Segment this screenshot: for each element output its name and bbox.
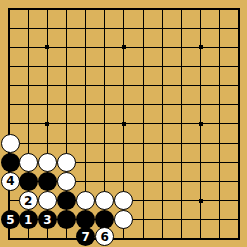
black-stone — [19, 172, 38, 191]
intersection-10-11[interactable] — [191, 210, 210, 229]
intersection-5-2[interactable] — [95, 38, 114, 57]
intersection-2-3[interactable] — [38, 57, 57, 76]
black-stone — [57, 191, 76, 210]
star-point — [199, 122, 203, 126]
intersection-4-7[interactable] — [76, 134, 95, 153]
intersection-2-8[interactable] — [38, 153, 57, 172]
intersection-3-11[interactable] — [57, 210, 76, 229]
intersection-5-3[interactable] — [95, 57, 114, 76]
intersection-5-7[interactable] — [95, 134, 114, 153]
intersection-7-8[interactable] — [134, 153, 153, 172]
intersection-10-8[interactable] — [191, 153, 210, 172]
intersection-12-2[interactable] — [229, 38, 247, 57]
intersection-11-7[interactable] — [210, 134, 229, 153]
intersection-2-11[interactable]: 3 — [38, 210, 57, 229]
intersection-1-2[interactable] — [19, 38, 38, 57]
black-stone — [57, 210, 76, 229]
intersection-4-4[interactable] — [76, 76, 95, 95]
intersection-1-3[interactable] — [19, 57, 38, 76]
intersection-7-7[interactable] — [134, 134, 153, 153]
intersection-6-11[interactable] — [114, 210, 133, 229]
intersection-1-12[interactable] — [19, 229, 38, 247]
white-stone — [114, 210, 133, 229]
intersection-0-9[interactable]: 4 — [0, 172, 19, 191]
intersection-4-0[interactable] — [76, 0, 95, 19]
intersection-5-1[interactable] — [95, 19, 114, 38]
intersection-1-11[interactable]: 1 — [19, 210, 38, 229]
black-stone — [95, 210, 114, 229]
intersection-4-6[interactable] — [76, 114, 95, 133]
intersection-12-1[interactable] — [229, 19, 247, 38]
white-stone — [76, 191, 95, 210]
intersection-0-5[interactable] — [0, 95, 19, 114]
star-point — [199, 199, 203, 203]
intersection-5-12[interactable]: 6 — [95, 229, 114, 247]
intersection-12-8[interactable] — [229, 153, 247, 172]
star-point — [122, 122, 126, 126]
intersection-9-7[interactable] — [172, 134, 191, 153]
intersection-4-1[interactable] — [76, 19, 95, 38]
star-point — [45, 45, 49, 49]
intersection-6-8[interactable] — [114, 153, 133, 172]
intersection-0-8[interactable] — [0, 153, 19, 172]
intersection-8-0[interactable] — [153, 0, 172, 19]
intersection-4-12[interactable]: 7 — [76, 229, 95, 247]
white-stone — [95, 191, 114, 210]
white-stone: 6 — [95, 227, 114, 246]
intersection-11-3[interactable] — [210, 57, 229, 76]
intersection-7-4[interactable] — [134, 76, 153, 95]
intersection-6-7[interactable] — [114, 134, 133, 153]
intersection-3-10[interactable] — [57, 191, 76, 210]
intersection-10-4[interactable] — [191, 76, 210, 95]
intersection-0-4[interactable] — [0, 76, 19, 95]
intersection-6-0[interactable] — [114, 0, 133, 19]
intersection-3-8[interactable] — [57, 153, 76, 172]
intersection-9-1[interactable] — [172, 19, 191, 38]
intersection-1-8[interactable] — [19, 153, 38, 172]
intersection-2-4[interactable] — [38, 76, 57, 95]
move-number-label: 4 — [6, 175, 14, 187]
white-stone — [57, 153, 76, 172]
white-stone: 4 — [1, 172, 20, 191]
intersection-8-5[interactable] — [153, 95, 172, 114]
intersection-11-0[interactable] — [210, 0, 229, 19]
intersection-12-11[interactable] — [229, 210, 247, 229]
intersection-12-3[interactable] — [229, 57, 247, 76]
intersection-0-3[interactable] — [0, 57, 19, 76]
intersection-1-1[interactable] — [19, 19, 38, 38]
intersection-5-0[interactable] — [95, 0, 114, 19]
move-number-label: 2 — [24, 195, 32, 207]
intersection-8-10[interactable] — [153, 191, 172, 210]
intersection-0-11[interactable]: 5 — [0, 210, 19, 229]
white-stone — [38, 191, 57, 210]
intersection-3-7[interactable] — [57, 134, 76, 153]
intersection-3-6[interactable] — [57, 114, 76, 133]
intersection-6-5[interactable] — [114, 95, 133, 114]
intersection-9-10[interactable] — [172, 191, 191, 210]
intersection-6-6[interactable] — [114, 114, 133, 133]
intersection-10-3[interactable] — [191, 57, 210, 76]
intersection-5-6[interactable] — [95, 114, 114, 133]
black-stone: 3 — [38, 210, 57, 229]
intersection-6-3[interactable] — [114, 57, 133, 76]
move-number-label: 6 — [101, 231, 109, 243]
intersection-12-9[interactable] — [229, 172, 247, 191]
intersection-11-2[interactable] — [210, 38, 229, 57]
intersection-8-7[interactable] — [153, 134, 172, 153]
intersection-10-12[interactable] — [191, 229, 210, 247]
intersection-10-2[interactable] — [191, 38, 210, 57]
intersection-9-3[interactable] — [172, 57, 191, 76]
black-stone — [76, 210, 95, 229]
intersection-2-9[interactable] — [38, 172, 57, 191]
intersection-0-12[interactable] — [0, 229, 19, 247]
intersection-8-9[interactable] — [153, 172, 172, 191]
intersection-11-12[interactable] — [210, 229, 229, 247]
intersection-3-1[interactable] — [57, 19, 76, 38]
black-stone: 1 — [19, 210, 38, 229]
intersection-0-10[interactable] — [0, 191, 19, 210]
intersection-3-2[interactable] — [57, 38, 76, 57]
move-number-label: 3 — [43, 214, 51, 226]
intersection-9-11[interactable] — [172, 210, 191, 229]
intersection-2-2[interactable] — [38, 38, 57, 57]
intersection-0-2[interactable] — [0, 38, 19, 57]
intersection-7-12[interactable] — [134, 229, 153, 247]
intersection-11-5[interactable] — [210, 95, 229, 114]
intersection-12-0[interactable] — [229, 0, 247, 19]
intersection-9-9[interactable] — [172, 172, 191, 191]
intersection-11-8[interactable] — [210, 153, 229, 172]
intersection-3-12[interactable] — [57, 229, 76, 247]
intersection-2-10[interactable] — [38, 191, 57, 210]
intersection-6-12[interactable] — [114, 229, 133, 247]
intersection-3-0[interactable] — [57, 0, 76, 19]
intersection-0-1[interactable] — [0, 19, 19, 38]
intersection-3-5[interactable] — [57, 95, 76, 114]
intersection-5-10[interactable] — [95, 191, 114, 210]
intersection-1-5[interactable] — [19, 95, 38, 114]
intersection-8-4[interactable] — [153, 76, 172, 95]
intersection-10-7[interactable] — [191, 134, 210, 153]
intersection-9-4[interactable] — [172, 76, 191, 95]
intersection-4-9[interactable] — [76, 172, 95, 191]
intersection-7-2[interactable] — [134, 38, 153, 57]
intersection-1-7[interactable] — [19, 134, 38, 153]
intersection-8-11[interactable] — [153, 210, 172, 229]
intersection-0-0[interactable] — [0, 0, 19, 19]
intersection-3-3[interactable] — [57, 57, 76, 76]
white-stone — [19, 153, 38, 172]
intersection-11-10[interactable] — [210, 191, 229, 210]
intersection-2-1[interactable] — [38, 19, 57, 38]
star-point — [122, 45, 126, 49]
intersection-6-1[interactable] — [114, 19, 133, 38]
intersection-1-9[interactable] — [19, 172, 38, 191]
intersection-11-11[interactable] — [210, 210, 229, 229]
intersection-1-6[interactable] — [19, 114, 38, 133]
intersection-7-1[interactable] — [134, 19, 153, 38]
white-stone — [1, 134, 20, 153]
intersection-2-12[interactable] — [38, 229, 57, 247]
intersection-5-4[interactable] — [95, 76, 114, 95]
intersection-10-1[interactable] — [191, 19, 210, 38]
intersection-11-9[interactable] — [210, 172, 229, 191]
intersection-12-12[interactable] — [229, 229, 247, 247]
intersection-7-0[interactable] — [134, 0, 153, 19]
intersection-7-3[interactable] — [134, 57, 153, 76]
intersection-8-8[interactable] — [153, 153, 172, 172]
intersection-6-10[interactable] — [114, 191, 133, 210]
intersection-6-4[interactable] — [114, 76, 133, 95]
go-board: 4251376 — [0, 0, 247, 247]
white-stone: 2 — [19, 191, 38, 210]
intersection-9-2[interactable] — [172, 38, 191, 57]
intersection-4-2[interactable] — [76, 38, 95, 57]
intersection-10-9[interactable] — [191, 172, 210, 191]
black-stone — [1, 153, 20, 172]
intersection-12-6[interactable] — [229, 114, 247, 133]
black-stone — [38, 172, 57, 191]
intersection-2-0[interactable] — [38, 0, 57, 19]
white-stone — [38, 153, 57, 172]
intersection-9-5[interactable] — [172, 95, 191, 114]
intersection-12-5[interactable] — [229, 95, 247, 114]
intersection-11-4[interactable] — [210, 76, 229, 95]
black-stone: 5 — [1, 210, 20, 229]
intersection-9-6[interactable] — [172, 114, 191, 133]
intersection-6-9[interactable] — [114, 172, 133, 191]
star-point — [45, 122, 49, 126]
intersection-9-8[interactable] — [172, 153, 191, 172]
intersection-10-5[interactable] — [191, 95, 210, 114]
move-number-label: 7 — [81, 231, 89, 243]
intersection-8-12[interactable] — [153, 229, 172, 247]
intersection-4-5[interactable] — [76, 95, 95, 114]
move-number-label: 5 — [6, 214, 14, 226]
intersection-7-9[interactable] — [134, 172, 153, 191]
intersection-0-7[interactable] — [0, 134, 19, 153]
intersection-6-2[interactable] — [114, 38, 133, 57]
intersection-8-2[interactable] — [153, 38, 172, 57]
intersection-10-0[interactable] — [191, 0, 210, 19]
intersection-7-11[interactable] — [134, 210, 153, 229]
white-stone — [57, 172, 76, 191]
intersection-12-10[interactable] — [229, 191, 247, 210]
intersection-5-5[interactable] — [95, 95, 114, 114]
intersection-2-5[interactable] — [38, 95, 57, 114]
intersection-1-4[interactable] — [19, 76, 38, 95]
intersection-8-1[interactable] — [153, 19, 172, 38]
intersection-5-9[interactable] — [95, 172, 114, 191]
intersection-0-6[interactable] — [0, 114, 19, 133]
intersection-1-0[interactable] — [19, 0, 38, 19]
intersection-12-4[interactable] — [229, 76, 247, 95]
intersection-10-10[interactable] — [191, 191, 210, 210]
go-board-grid: 4251376 — [0, 0, 247, 247]
intersection-2-6[interactable] — [38, 114, 57, 133]
intersection-4-10[interactable] — [76, 191, 95, 210]
intersection-10-6[interactable] — [191, 114, 210, 133]
intersection-8-6[interactable] — [153, 114, 172, 133]
intersection-7-5[interactable] — [134, 95, 153, 114]
intersection-2-7[interactable] — [38, 134, 57, 153]
move-number-label: 1 — [24, 214, 32, 226]
intersection-9-0[interactable] — [172, 0, 191, 19]
intersection-8-3[interactable] — [153, 57, 172, 76]
intersection-7-6[interactable] — [134, 114, 153, 133]
intersection-7-10[interactable] — [134, 191, 153, 210]
intersection-4-3[interactable] — [76, 57, 95, 76]
intersection-9-12[interactable] — [172, 229, 191, 247]
intersection-3-4[interactable] — [57, 76, 76, 95]
intersection-12-7[interactable] — [229, 134, 247, 153]
intersection-11-6[interactable] — [210, 114, 229, 133]
white-stone — [114, 191, 133, 210]
intersection-11-1[interactable] — [210, 19, 229, 38]
intersection-1-10[interactable]: 2 — [19, 191, 38, 210]
intersection-4-8[interactable] — [76, 153, 95, 172]
intersection-5-8[interactable] — [95, 153, 114, 172]
intersection-3-9[interactable] — [57, 172, 76, 191]
black-stone: 7 — [76, 227, 95, 246]
star-point — [199, 45, 203, 49]
